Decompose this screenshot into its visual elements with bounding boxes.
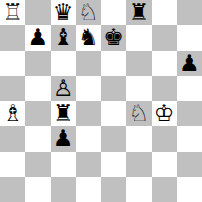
square-c8[interactable]: ♛ [51, 0, 76, 25]
square-d8[interactable]: ♘ [76, 0, 101, 25]
square-d4[interactable] [76, 101, 101, 126]
square-f7[interactable] [126, 25, 151, 50]
square-g7[interactable] [152, 25, 177, 50]
square-e4[interactable] [101, 101, 126, 126]
square-c6[interactable] [51, 51, 76, 76]
square-h3[interactable] [177, 126, 202, 151]
square-f2[interactable] [126, 152, 151, 177]
black-king: ♚ [103, 25, 124, 50]
square-c1[interactable] [51, 177, 76, 202]
black-pawn: ♟ [28, 25, 49, 50]
black-pawn: ♟ [179, 51, 200, 76]
square-b4[interactable] [25, 101, 50, 126]
black-queen: ♛ [53, 0, 74, 25]
square-c2[interactable] [51, 152, 76, 177]
square-g8[interactable] [152, 0, 177, 25]
square-e5[interactable] [101, 76, 126, 101]
square-d3[interactable] [76, 126, 101, 151]
square-e1[interactable] [101, 177, 126, 202]
square-a5[interactable] [0, 76, 25, 101]
square-d2[interactable] [76, 152, 101, 177]
square-c7[interactable]: ♝ [51, 25, 76, 50]
chess-board: ♖♛♘♜♟♝♞♚♟♙♗♜♘♔♟ [0, 0, 202, 202]
black-bishop: ♝ [53, 25, 74, 50]
square-h6[interactable]: ♟ [177, 51, 202, 76]
square-b5[interactable] [25, 76, 50, 101]
square-f3[interactable] [126, 126, 151, 151]
square-a8[interactable]: ♖ [0, 0, 25, 25]
square-b6[interactable] [25, 51, 50, 76]
square-h5[interactable] [177, 76, 202, 101]
square-d7[interactable]: ♞ [76, 25, 101, 50]
square-h8[interactable] [177, 0, 202, 25]
black-rook: ♜ [129, 0, 150, 25]
square-e6[interactable] [101, 51, 126, 76]
square-c5[interactable]: ♙ [51, 76, 76, 101]
white-rook: ♖ [2, 0, 23, 25]
white-pawn: ♙ [53, 76, 74, 101]
square-a4[interactable]: ♗ [0, 101, 25, 126]
square-g3[interactable] [152, 126, 177, 151]
black-rook: ♜ [53, 101, 74, 126]
white-king: ♔ [154, 101, 175, 126]
square-d1[interactable] [76, 177, 101, 202]
square-g1[interactable] [152, 177, 177, 202]
square-d6[interactable] [76, 51, 101, 76]
square-g5[interactable] [152, 76, 177, 101]
square-g4[interactable]: ♔ [152, 101, 177, 126]
black-pawn: ♟ [53, 126, 74, 151]
square-b3[interactable] [25, 126, 50, 151]
square-e7[interactable]: ♚ [101, 25, 126, 50]
square-c4[interactable]: ♜ [51, 101, 76, 126]
square-f1[interactable] [126, 177, 151, 202]
square-d5[interactable] [76, 76, 101, 101]
square-h4[interactable] [177, 101, 202, 126]
square-a2[interactable] [0, 152, 25, 177]
square-b1[interactable] [25, 177, 50, 202]
square-a1[interactable] [0, 177, 25, 202]
white-bishop: ♗ [2, 101, 23, 126]
square-e8[interactable] [101, 0, 126, 25]
square-b8[interactable] [25, 0, 50, 25]
square-f4[interactable]: ♘ [126, 101, 151, 126]
square-e2[interactable] [101, 152, 126, 177]
square-f5[interactable] [126, 76, 151, 101]
square-g6[interactable] [152, 51, 177, 76]
square-a6[interactable] [0, 51, 25, 76]
square-h1[interactable] [177, 177, 202, 202]
white-knight: ♘ [78, 0, 99, 25]
square-b2[interactable] [25, 152, 50, 177]
square-h2[interactable] [177, 152, 202, 177]
square-g2[interactable] [152, 152, 177, 177]
black-knight: ♞ [78, 25, 99, 50]
square-f6[interactable] [126, 51, 151, 76]
square-h7[interactable] [177, 25, 202, 50]
square-c3[interactable]: ♟ [51, 126, 76, 151]
square-a3[interactable] [0, 126, 25, 151]
square-a7[interactable] [0, 25, 25, 50]
square-e3[interactable] [101, 126, 126, 151]
square-f8[interactable]: ♜ [126, 0, 151, 25]
square-b7[interactable]: ♟ [25, 25, 50, 50]
white-knight: ♘ [129, 101, 150, 126]
